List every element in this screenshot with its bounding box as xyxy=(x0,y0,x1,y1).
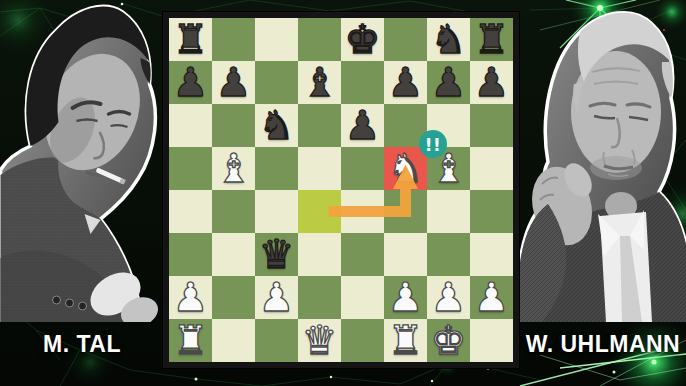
square-h8[interactable]: ♜︎ xyxy=(470,18,513,61)
square-h6[interactable] xyxy=(470,104,513,147)
square-g4[interactable] xyxy=(427,190,470,233)
white-pawn: ♟︎ xyxy=(427,276,470,319)
square-d2[interactable] xyxy=(298,276,341,319)
white-pawn: ♟︎ xyxy=(255,276,298,319)
square-g7[interactable]: ♟︎ xyxy=(427,61,470,104)
white-queen: ♛︎ xyxy=(298,319,341,362)
square-a3[interactable] xyxy=(169,233,212,276)
player-name-white: M. TAL xyxy=(0,331,164,358)
black-queen: ♛︎ xyxy=(255,233,298,276)
square-g1[interactable]: ♚︎ xyxy=(427,319,470,362)
white-rook: ♜︎ xyxy=(384,319,427,362)
square-b3[interactable] xyxy=(212,233,255,276)
square-b8[interactable] xyxy=(212,18,255,61)
square-f1[interactable]: ♜︎ xyxy=(384,319,427,362)
white-bishop: ♝︎ xyxy=(212,147,255,190)
square-b5[interactable]: ♝︎ xyxy=(212,147,255,190)
square-e5[interactable] xyxy=(341,147,384,190)
square-g8[interactable]: ♞︎ xyxy=(427,18,470,61)
square-h5[interactable] xyxy=(470,147,513,190)
square-d8[interactable] xyxy=(298,18,341,61)
square-h7[interactable]: ♟︎ xyxy=(470,61,513,104)
black-king: ♚︎ xyxy=(341,18,384,61)
square-g2[interactable]: ♟︎ xyxy=(427,276,470,319)
square-c3[interactable]: ♛︎ xyxy=(255,233,298,276)
white-king: ♚︎ xyxy=(427,319,470,362)
square-e8[interactable]: ♚︎ xyxy=(341,18,384,61)
square-b4[interactable] xyxy=(212,190,255,233)
square-b1[interactable] xyxy=(212,319,255,362)
player-name-black: W. UHLMANN xyxy=(520,331,686,358)
square-c5[interactable] xyxy=(255,147,298,190)
square-c1[interactable] xyxy=(255,319,298,362)
black-pawn: ♟︎ xyxy=(427,61,470,104)
square-b2[interactable] xyxy=(212,276,255,319)
square-a4[interactable] xyxy=(169,190,212,233)
square-c6[interactable]: ♞︎ xyxy=(255,104,298,147)
black-rook: ♜︎ xyxy=(169,18,212,61)
square-d1[interactable]: ♛︎ xyxy=(298,319,341,362)
black-pawn: ♟︎ xyxy=(169,61,212,104)
square-f2[interactable]: ♟︎ xyxy=(384,276,427,319)
square-c2[interactable]: ♟︎ xyxy=(255,276,298,319)
square-d3[interactable] xyxy=(298,233,341,276)
square-c4[interactable] xyxy=(255,190,298,233)
square-f6[interactable] xyxy=(384,104,427,147)
square-c8[interactable] xyxy=(255,18,298,61)
square-e6[interactable]: ♟︎ xyxy=(341,104,384,147)
white-knight: ♞︎ xyxy=(384,147,427,190)
square-g5[interactable]: ♝︎ xyxy=(427,147,470,190)
black-bishop: ♝︎ xyxy=(298,61,341,104)
square-e1[interactable] xyxy=(341,319,384,362)
black-rook: ♜︎ xyxy=(470,18,513,61)
black-knight: ♞︎ xyxy=(255,104,298,147)
square-f8[interactable] xyxy=(384,18,427,61)
square-h1[interactable] xyxy=(470,319,513,362)
black-pawn: ♟︎ xyxy=(470,61,513,104)
uhlmann-photo xyxy=(520,0,686,324)
square-h3[interactable] xyxy=(470,233,513,276)
white-rook: ♜︎ xyxy=(169,319,212,362)
square-h4[interactable] xyxy=(470,190,513,233)
thumbnail-stage: ♜︎♚︎♞︎♜︎♟︎♟︎♝︎♟︎♟︎♟︎♞︎♟︎♝︎♞︎♝︎♛︎♟︎♟︎♟︎♟︎… xyxy=(0,0,686,386)
tal-photo xyxy=(0,0,164,324)
board-frame: ♜︎♚︎♞︎♜︎♟︎♟︎♝︎♟︎♟︎♟︎♞︎♟︎♝︎♞︎♝︎♛︎♟︎♟︎♟︎♟︎… xyxy=(163,12,519,368)
white-pawn: ♟︎ xyxy=(470,276,513,319)
square-f4[interactable] xyxy=(384,190,427,233)
square-e4[interactable] xyxy=(341,190,384,233)
black-knight: ♞︎ xyxy=(427,18,470,61)
square-b7[interactable]: ♟︎ xyxy=(212,61,255,104)
square-a2[interactable]: ♟︎ xyxy=(169,276,212,319)
white-pawn: ♟︎ xyxy=(169,276,212,319)
square-d7[interactable]: ♝︎ xyxy=(298,61,341,104)
square-g6[interactable] xyxy=(427,104,470,147)
square-f5[interactable]: ♞︎ xyxy=(384,147,427,190)
white-bishop: ♝︎ xyxy=(427,147,470,190)
square-g3[interactable] xyxy=(427,233,470,276)
white-pawn: ♟︎ xyxy=(384,276,427,319)
square-d4[interactable] xyxy=(298,190,341,233)
black-pawn: ♟︎ xyxy=(212,61,255,104)
square-e2[interactable] xyxy=(341,276,384,319)
board: ♜︎♚︎♞︎♜︎♟︎♟︎♝︎♟︎♟︎♟︎♞︎♟︎♝︎♞︎♝︎♛︎♟︎♟︎♟︎♟︎… xyxy=(169,18,513,362)
square-e3[interactable] xyxy=(341,233,384,276)
square-a8[interactable]: ♜︎ xyxy=(169,18,212,61)
square-a1[interactable]: ♜︎ xyxy=(169,319,212,362)
square-a7[interactable]: ♟︎ xyxy=(169,61,212,104)
square-h2[interactable]: ♟︎ xyxy=(470,276,513,319)
square-a5[interactable] xyxy=(169,147,212,190)
square-b6[interactable] xyxy=(212,104,255,147)
black-pawn: ♟︎ xyxy=(341,104,384,147)
square-e7[interactable] xyxy=(341,61,384,104)
black-pawn: ♟︎ xyxy=(384,61,427,104)
square-f7[interactable]: ♟︎ xyxy=(384,61,427,104)
square-f3[interactable] xyxy=(384,233,427,276)
square-d5[interactable] xyxy=(298,147,341,190)
square-c7[interactable] xyxy=(255,61,298,104)
square-d6[interactable] xyxy=(298,104,341,147)
square-a6[interactable] xyxy=(169,104,212,147)
